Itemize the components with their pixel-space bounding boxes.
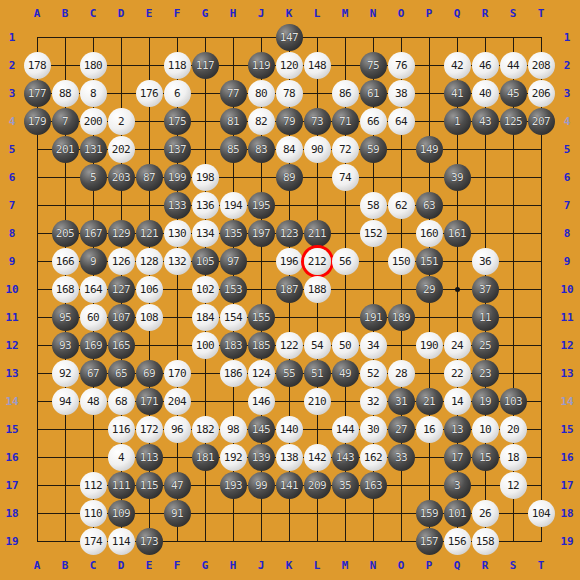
stone: 62 [388, 192, 415, 219]
column-label: F [163, 558, 191, 574]
column-label: B [51, 6, 79, 22]
stone: 7 [52, 108, 79, 135]
column-label: P [415, 558, 443, 574]
stone: 97 [220, 248, 247, 275]
stone: 76 [388, 52, 415, 79]
stone: 193 [220, 472, 247, 499]
stone: 125 [500, 108, 527, 135]
stone: 102 [192, 276, 219, 303]
row-label: 12 [0, 331, 24, 359]
stone: 164 [80, 276, 107, 303]
stone: 181 [192, 444, 219, 471]
stone: 203 [108, 164, 135, 191]
stone: 40 [472, 80, 499, 107]
stone: 79 [276, 108, 303, 135]
stone: 48 [80, 388, 107, 415]
stone: 86 [332, 80, 359, 107]
stone: 118 [164, 52, 191, 79]
row-label: 6 [555, 163, 579, 191]
stone: 126 [108, 248, 135, 275]
stone: 137 [164, 136, 191, 163]
stone: 47 [164, 472, 191, 499]
stone: 147 [276, 24, 303, 51]
stone: 12 [500, 472, 527, 499]
stone: 186 [220, 360, 247, 387]
column-label: L [303, 6, 331, 22]
column-label: J [247, 558, 275, 574]
stone: 197 [248, 220, 275, 247]
stone: 24 [444, 332, 471, 359]
stone: 96 [164, 416, 191, 443]
stone: 167 [80, 220, 107, 247]
stone: 151 [416, 248, 443, 275]
stone: 166 [52, 248, 79, 275]
stone: 114 [108, 528, 135, 555]
stone: 46 [472, 52, 499, 79]
column-label: D [107, 6, 135, 22]
row-label: 17 [555, 471, 579, 499]
stone: 127 [108, 276, 135, 303]
stone: 29 [416, 276, 443, 303]
stone: 58 [360, 192, 387, 219]
stone: 52 [360, 360, 387, 387]
stone: 158 [472, 528, 499, 555]
stone: 194 [220, 192, 247, 219]
stone: 157 [416, 528, 443, 555]
row-label: 11 [0, 303, 24, 331]
stone: 109 [108, 500, 135, 527]
row-label: 18 [555, 499, 579, 527]
stone: 92 [52, 360, 79, 387]
stone: 145 [248, 416, 275, 443]
stone: 32 [360, 388, 387, 415]
stone: 18 [500, 444, 527, 471]
row-label: 6 [0, 163, 24, 191]
column-label: R [471, 6, 499, 22]
stone: 45 [500, 80, 527, 107]
stone: 185 [248, 332, 275, 359]
stone: 163 [360, 472, 387, 499]
stone: 206 [528, 80, 555, 107]
column-label: F [163, 6, 191, 22]
stone: 42 [444, 52, 471, 79]
stone: 113 [136, 444, 163, 471]
stone: 22 [444, 360, 471, 387]
stone: 174 [80, 528, 107, 555]
row-label: 1 [0, 23, 24, 51]
stone: 74 [332, 164, 359, 191]
stone: 88 [52, 80, 79, 107]
column-label: J [247, 6, 275, 22]
stone: 35 [332, 472, 359, 499]
stone: 192 [220, 444, 247, 471]
row-label: 15 [0, 415, 24, 443]
stone: 124 [248, 360, 275, 387]
stone: 64 [388, 108, 415, 135]
column-label: P [415, 6, 443, 22]
row-label: 15 [555, 415, 579, 443]
stone: 67 [80, 360, 107, 387]
row-label: 14 [555, 387, 579, 415]
stone: 148 [304, 52, 331, 79]
stone: 156 [444, 528, 471, 555]
stone: 202 [108, 136, 135, 163]
row-label: 11 [555, 303, 579, 331]
stone: 117 [192, 52, 219, 79]
stone: 21 [416, 388, 443, 415]
stone: 68 [108, 388, 135, 415]
column-label: D [107, 558, 135, 574]
stone: 138 [276, 444, 303, 471]
stone: 16 [416, 416, 443, 443]
stone: 103 [500, 388, 527, 415]
column-label: G [191, 6, 219, 22]
column-label: R [471, 558, 499, 574]
stone: 187 [276, 276, 303, 303]
row-label: 2 [555, 51, 579, 79]
column-label: M [331, 558, 359, 574]
stone: 94 [52, 388, 79, 415]
column-labels-bottom: ABCDEFGHJKLMNOPQRST [23, 558, 555, 574]
stone: 189 [388, 304, 415, 331]
stone: 183 [220, 332, 247, 359]
stone: 6 [164, 80, 191, 107]
column-label: T [527, 558, 555, 574]
stone: 122 [276, 332, 303, 359]
stone: 26 [472, 500, 499, 527]
column-label: H [219, 558, 247, 574]
row-label: 7 [0, 191, 24, 219]
stone: 87 [136, 164, 163, 191]
stone: 51 [304, 360, 331, 387]
stone: 207 [528, 108, 555, 135]
stone: 106 [136, 276, 163, 303]
stone: 84 [276, 136, 303, 163]
stone: 140 [276, 416, 303, 443]
column-label: K [275, 558, 303, 574]
stone: 115 [136, 472, 163, 499]
stone: 121 [136, 220, 163, 247]
stone: 100 [192, 332, 219, 359]
stone: 131 [80, 136, 107, 163]
stone: 63 [416, 192, 443, 219]
stone: 132 [164, 248, 191, 275]
stone: 146 [248, 388, 275, 415]
stone: 3 [444, 472, 471, 499]
stone: 180 [80, 52, 107, 79]
stone: 39 [444, 164, 471, 191]
stone: 175 [164, 108, 191, 135]
column-label: S [499, 6, 527, 22]
row-label: 13 [555, 359, 579, 387]
stone: 128 [136, 248, 163, 275]
stone: 205 [52, 220, 79, 247]
stone: 85 [220, 136, 247, 163]
stone: 178 [24, 52, 51, 79]
row-labels-left: 12345678910111213141516171819 [0, 23, 24, 555]
stone: 17 [444, 444, 471, 471]
stone: 160 [416, 220, 443, 247]
stone: 135 [220, 220, 247, 247]
stone: 78 [276, 80, 303, 107]
stone: 38 [388, 80, 415, 107]
stone: 165 [108, 332, 135, 359]
row-label: 1 [555, 23, 579, 51]
stone: 139 [248, 444, 275, 471]
row-label: 10 [555, 275, 579, 303]
row-label: 3 [0, 79, 24, 107]
stone: 150 [388, 248, 415, 275]
column-label: T [527, 6, 555, 22]
stone: 120 [276, 52, 303, 79]
stone: 179 [24, 108, 51, 135]
column-label: L [303, 558, 331, 574]
stone: 23 [472, 360, 499, 387]
stone: 133 [164, 192, 191, 219]
stone: 13 [444, 416, 471, 443]
stone: 75 [360, 52, 387, 79]
stone: 25 [472, 332, 499, 359]
stone: 89 [276, 164, 303, 191]
stone: 44 [500, 52, 527, 79]
stone: 2 [108, 108, 135, 135]
stone: 191 [360, 304, 387, 331]
stone: 142 [304, 444, 331, 471]
stone: 82 [248, 108, 275, 135]
stone: 169 [80, 332, 107, 359]
row-label: 16 [0, 443, 24, 471]
go-board: 1471781801181171191201487576424644208177… [23, 23, 555, 555]
row-label: 5 [555, 135, 579, 163]
stone: 20 [500, 416, 527, 443]
stone: 66 [360, 108, 387, 135]
stone: 105 [192, 248, 219, 275]
stone: 77 [220, 80, 247, 107]
row-label: 2 [0, 51, 24, 79]
stone: 8 [80, 80, 107, 107]
stone: 155 [248, 304, 275, 331]
stone: 201 [52, 136, 79, 163]
stone: 159 [416, 500, 443, 527]
column-labels-top: ABCDEFGHJKLMNOPQRST [23, 6, 555, 22]
stone: 162 [360, 444, 387, 471]
stone: 49 [332, 360, 359, 387]
stone: 37 [472, 276, 499, 303]
stone: 81 [220, 108, 247, 135]
stone: 107 [108, 304, 135, 331]
stone: 110 [80, 500, 107, 527]
stone: 182 [192, 416, 219, 443]
column-label: K [275, 6, 303, 22]
row-label: 18 [0, 499, 24, 527]
column-label: O [387, 6, 415, 22]
column-label: S [499, 558, 527, 574]
column-label: H [219, 6, 247, 22]
stone: 98 [220, 416, 247, 443]
stone: 136 [192, 192, 219, 219]
stone: 93 [52, 332, 79, 359]
stone: 141 [276, 472, 303, 499]
stone: 143 [332, 444, 359, 471]
stone: 59 [360, 136, 387, 163]
stone: 30 [360, 416, 387, 443]
stone: 154 [220, 304, 247, 331]
stone: 9 [80, 248, 107, 275]
stone: 28 [388, 360, 415, 387]
column-label: C [79, 558, 107, 574]
stone: 99 [248, 472, 275, 499]
stone: 15 [472, 444, 499, 471]
column-label: E [135, 6, 163, 22]
stone: 200 [80, 108, 107, 135]
stone: 208 [528, 52, 555, 79]
stone: 36 [472, 248, 499, 275]
row-label: 19 [555, 527, 579, 555]
row-label: 14 [0, 387, 24, 415]
row-label: 3 [555, 79, 579, 107]
stone: 196 [276, 248, 303, 275]
stone: 19 [472, 388, 499, 415]
row-label: 4 [555, 107, 579, 135]
column-label: G [191, 558, 219, 574]
column-label: B [51, 558, 79, 574]
stone: 112 [80, 472, 107, 499]
stone: 116 [108, 416, 135, 443]
row-label: 10 [0, 275, 24, 303]
stone: 199 [164, 164, 191, 191]
stone: 168 [52, 276, 79, 303]
stone: 73 [304, 108, 331, 135]
stone: 123 [276, 220, 303, 247]
row-label: 7 [555, 191, 579, 219]
stone: 130 [164, 220, 191, 247]
column-label: Q [443, 6, 471, 22]
stone: 31 [388, 388, 415, 415]
column-label: N [359, 6, 387, 22]
go-board-diagram: ABCDEFGHJKLMNOPQRST ABCDEFGHJKLMNOPQRST … [0, 0, 580, 580]
stone: 149 [416, 136, 443, 163]
stone: 190 [416, 332, 443, 359]
stone: 10 [472, 416, 499, 443]
stone: 161 [444, 220, 471, 247]
stone: 60 [80, 304, 107, 331]
column-label: E [135, 558, 163, 574]
stone: 188 [304, 276, 331, 303]
stone: 27 [388, 416, 415, 443]
stone: 91 [164, 500, 191, 527]
stone: 195 [248, 192, 275, 219]
stone: 90 [304, 136, 331, 163]
column-label: O [387, 558, 415, 574]
stone: 119 [248, 52, 275, 79]
stone: 101 [444, 500, 471, 527]
stone: 33 [388, 444, 415, 471]
stone: 4 [108, 444, 135, 471]
row-label: 12 [555, 331, 579, 359]
stone: 5 [80, 164, 107, 191]
stone: 54 [304, 332, 331, 359]
stone: 176 [136, 80, 163, 107]
stone: 50 [332, 332, 359, 359]
stone: 72 [332, 136, 359, 163]
row-label: 9 [0, 247, 24, 275]
row-label: 17 [0, 471, 24, 499]
column-label: C [79, 6, 107, 22]
stone: 170 [164, 360, 191, 387]
stone: 11 [472, 304, 499, 331]
stone: 111 [108, 472, 135, 499]
column-label: A [23, 6, 51, 22]
stone: 56 [332, 248, 359, 275]
stone: 55 [276, 360, 303, 387]
last-move-stone: 212 [304, 248, 331, 275]
stone: 173 [136, 528, 163, 555]
stone: 184 [192, 304, 219, 331]
row-label: 19 [0, 527, 24, 555]
stone: 104 [528, 500, 555, 527]
stone: 71 [332, 108, 359, 135]
stone: 41 [444, 80, 471, 107]
column-label: Q [443, 558, 471, 574]
stone: 43 [472, 108, 499, 135]
column-label: M [331, 6, 359, 22]
row-label: 8 [0, 219, 24, 247]
stone: 171 [136, 388, 163, 415]
row-label: 13 [0, 359, 24, 387]
stone: 108 [136, 304, 163, 331]
stone: 129 [108, 220, 135, 247]
stone: 95 [52, 304, 79, 331]
row-labels-right: 12345678910111213141516171819 [555, 23, 579, 555]
stone: 69 [136, 360, 163, 387]
stone: 14 [444, 388, 471, 415]
stone: 204 [164, 388, 191, 415]
column-label: N [359, 558, 387, 574]
stone: 153 [220, 276, 247, 303]
stone: 1 [444, 108, 471, 135]
row-label: 8 [555, 219, 579, 247]
stone: 144 [332, 416, 359, 443]
stone: 209 [304, 472, 331, 499]
row-label: 16 [555, 443, 579, 471]
row-label: 4 [0, 107, 24, 135]
stone: 65 [108, 360, 135, 387]
stone: 198 [192, 164, 219, 191]
stone: 211 [304, 220, 331, 247]
stone: 134 [192, 220, 219, 247]
stone: 61 [360, 80, 387, 107]
stone: 210 [304, 388, 331, 415]
column-label: A [23, 558, 51, 574]
stone: 152 [360, 220, 387, 247]
star-point [455, 287, 460, 292]
row-label: 9 [555, 247, 579, 275]
stone: 172 [136, 416, 163, 443]
stone: 177 [24, 80, 51, 107]
stone: 83 [248, 136, 275, 163]
stone: 34 [360, 332, 387, 359]
row-label: 5 [0, 135, 24, 163]
stone: 80 [248, 80, 275, 107]
